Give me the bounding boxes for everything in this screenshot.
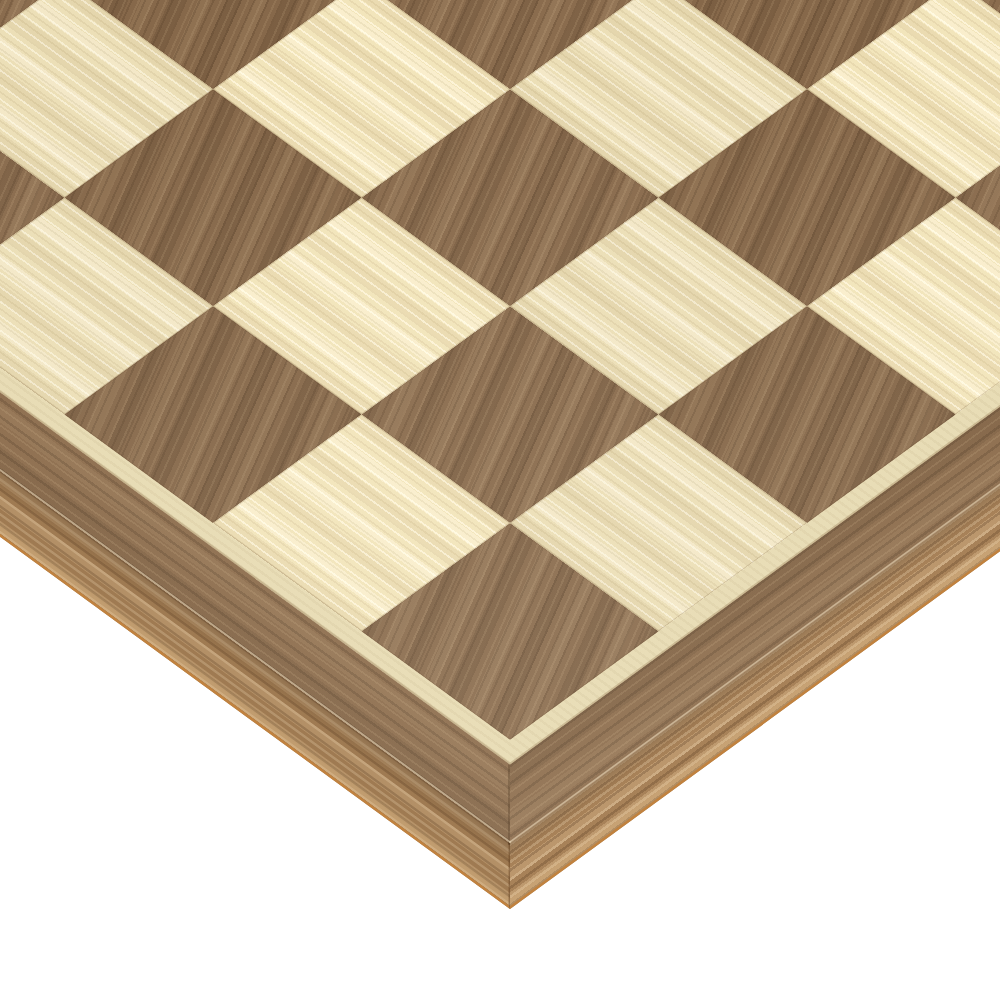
board-top-surface xyxy=(0,0,1000,843)
frame-miter-seam xyxy=(508,765,510,845)
board-space xyxy=(0,0,1000,843)
photo-background xyxy=(0,0,1000,1000)
